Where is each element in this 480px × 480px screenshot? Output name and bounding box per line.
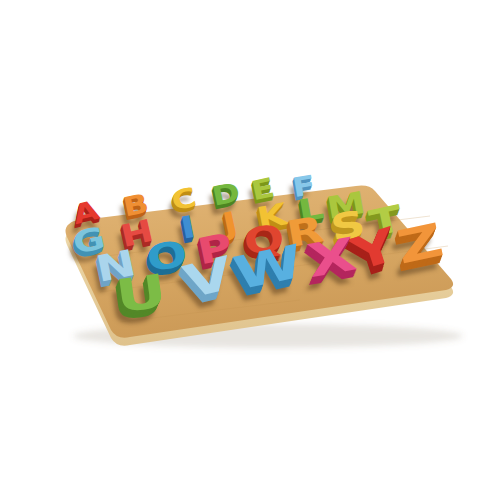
product-photo-stage: ABCDEFGHIJKLMNOPQRSTUVWXYZ — [0, 0, 480, 480]
letter-pieces-layer: ABCDEFGHIJKLMNOPQRSTUVWXYZ — [0, 0, 480, 480]
letter-piece-v[interactable]: V — [179, 249, 237, 305]
letter-piece-w[interactable]: W — [230, 238, 307, 297]
letter-piece-x[interactable]: X — [304, 231, 359, 284]
letter-piece-u[interactable]: U — [113, 267, 170, 319]
